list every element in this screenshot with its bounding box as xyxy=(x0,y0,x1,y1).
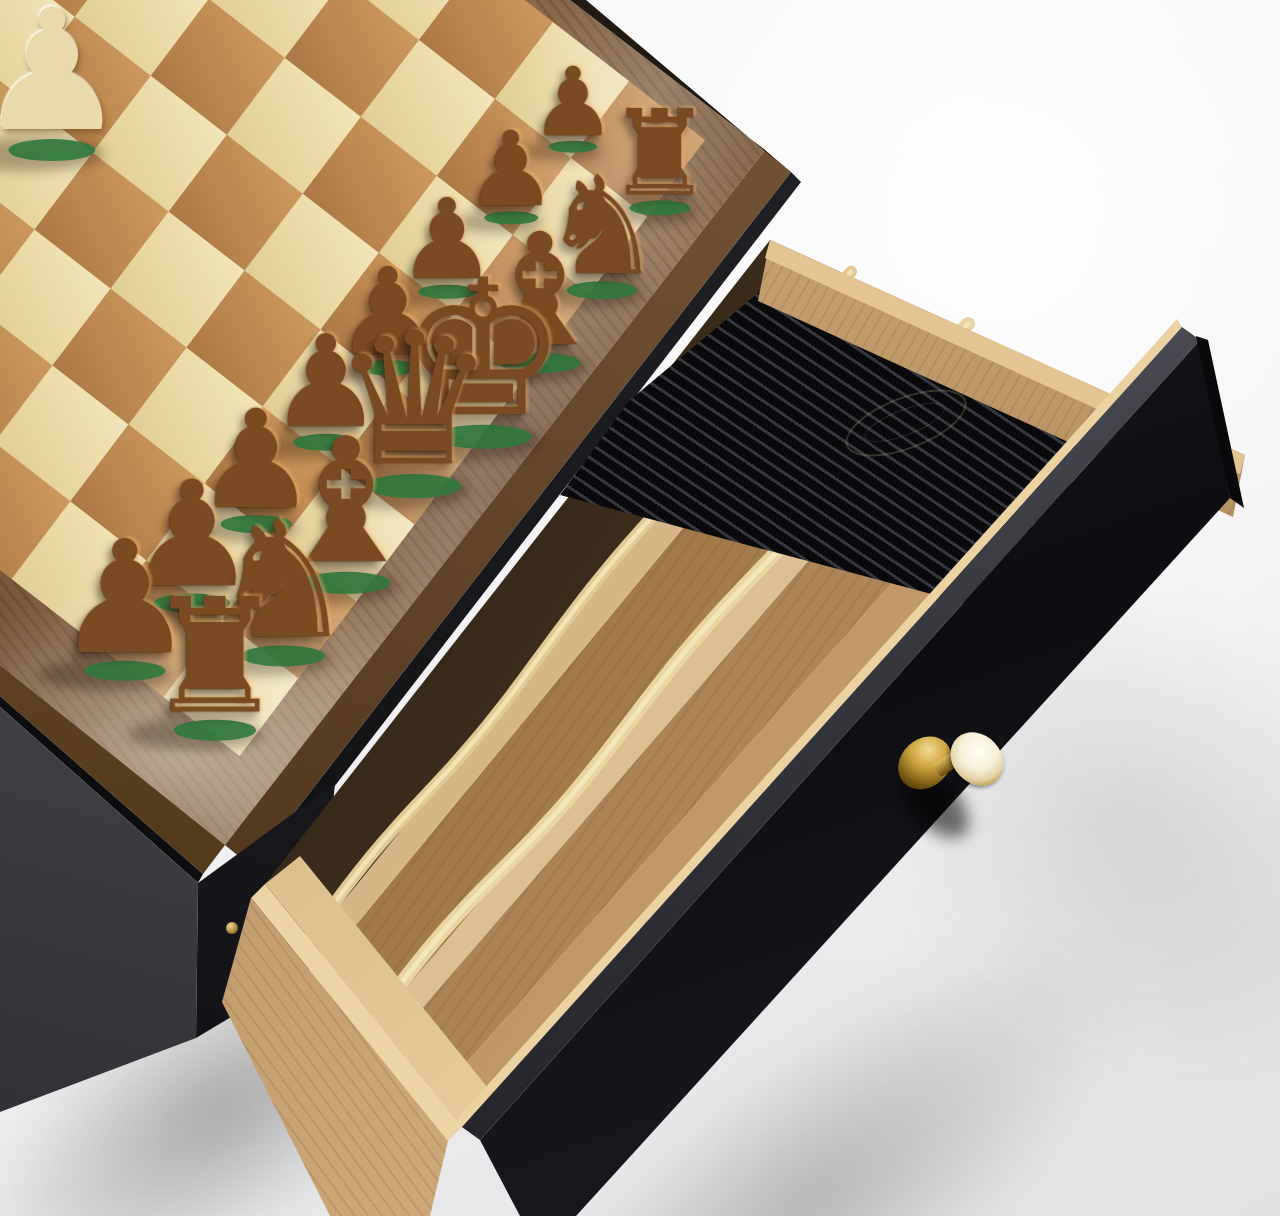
rook-glyph: ♜ xyxy=(144,577,286,735)
pawn-glyph: ♟ xyxy=(0,0,127,155)
pieces-layer: ♟♟♜♟♞♟♝♟♚♟♛♟♝♟♞♟♜ xyxy=(0,0,1280,1216)
chess-box-scene: ♟♟♜♟♞♟♝♟♚♟♛♟♝♟♞♟♜ xyxy=(0,0,1280,1216)
